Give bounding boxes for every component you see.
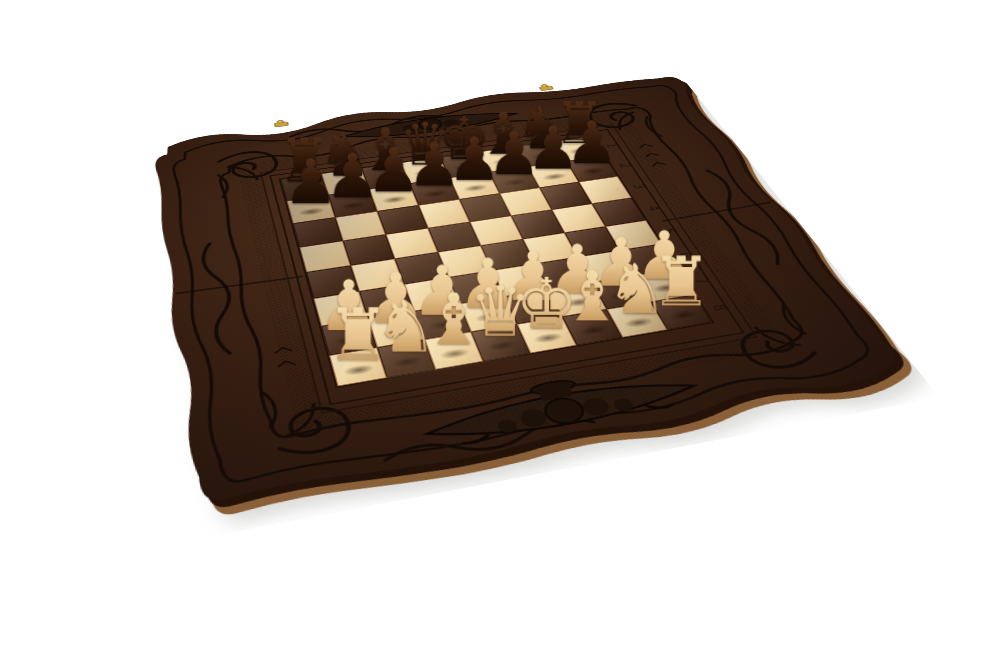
square-a1: ♜ [329,347,387,386]
photo-scene: 12345678 ♜♞♝♛♚♝♞♜♟♟♟♟♟♟♟♟♟♟♟♟♟♟♟♟♜♞♝♛♚♝♞… [0,0,1000,667]
white-rook-a1: ♜ [326,299,390,371]
black-pawn-a7: ♟ [283,151,338,212]
carved-chess-board: 12345678 ♜♞♝♛♚♝♞♜♟♟♟♟♟♟♟♟♟♟♟♟♟♟♟♟♜♞♝♛♚♝♞… [142,65,940,540]
